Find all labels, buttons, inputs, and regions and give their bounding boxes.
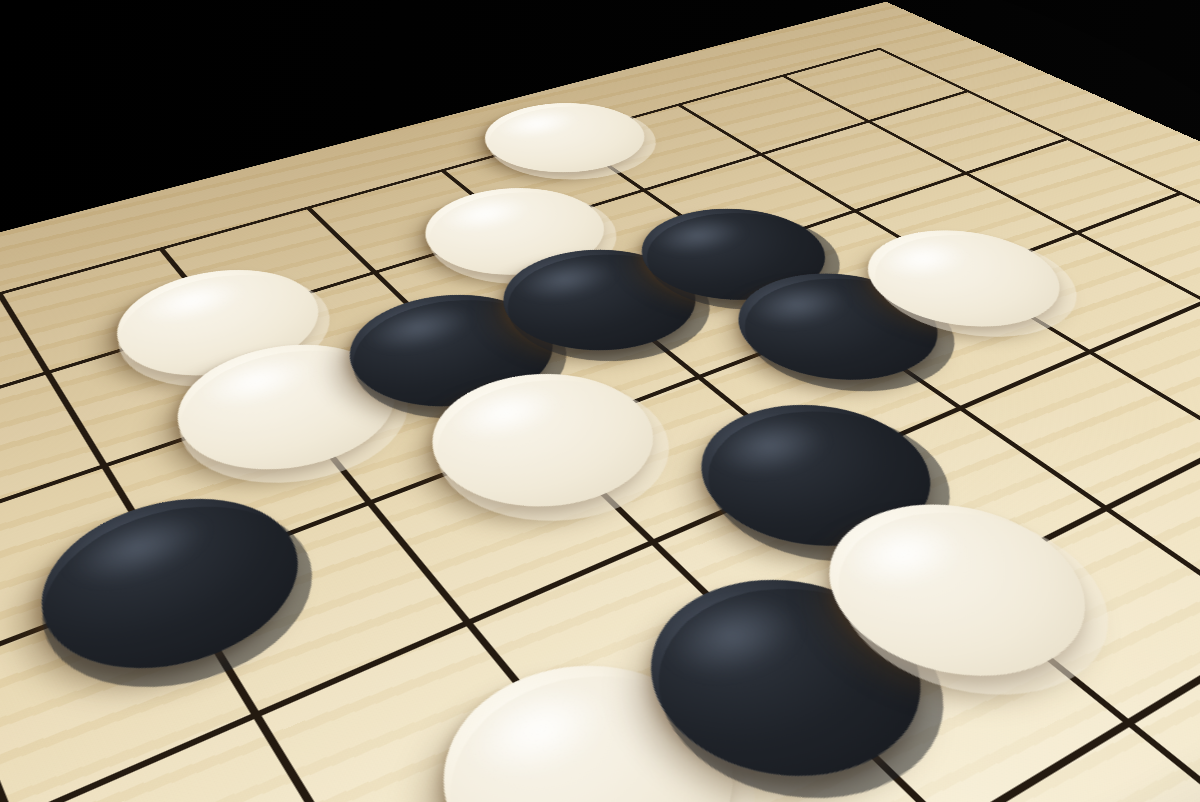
black-stone[interactable]: ● xyxy=(12,471,339,706)
go-board[interactable]: ●●●●●●●●●●●●●●● xyxy=(0,2,1200,802)
stones-layer: ●●●●●●●●●●●●●●● xyxy=(0,2,886,322)
goban-photo-scene: ●●●●●●●●●●●●●●● xyxy=(0,0,1200,802)
board-perspective-wrapper: ●●●●●●●●●●●●●●● xyxy=(0,0,1200,802)
